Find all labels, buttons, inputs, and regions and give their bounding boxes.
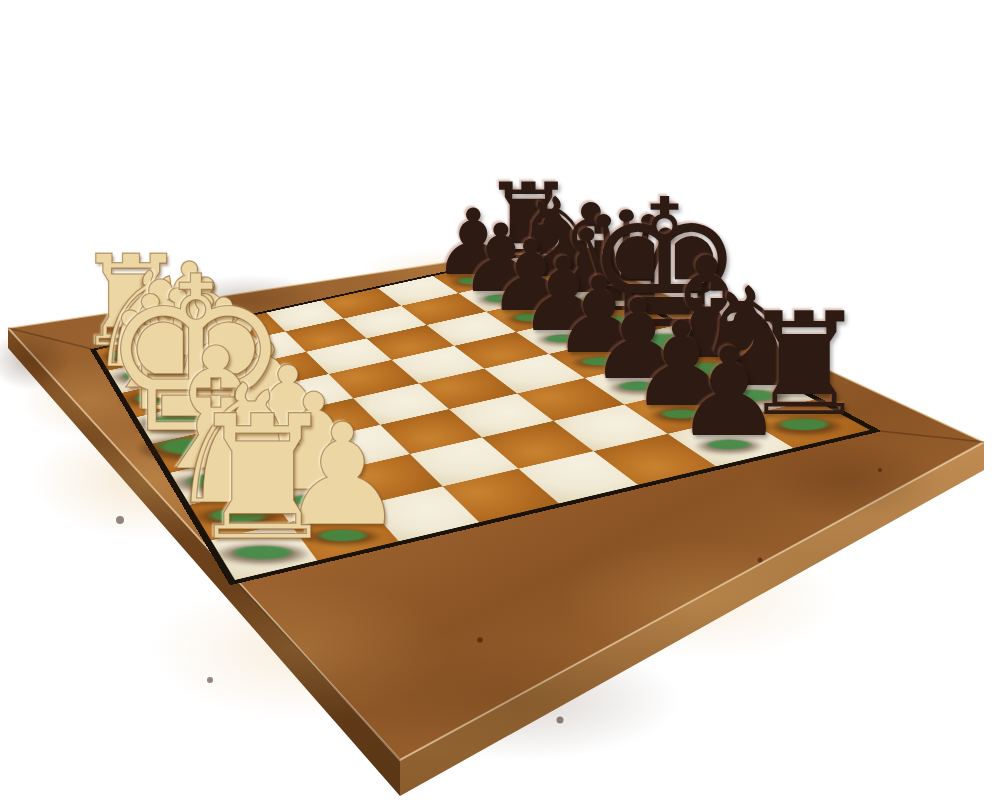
wood-knot <box>758 558 763 563</box>
wood-knot <box>557 717 564 724</box>
wood-knot <box>207 677 213 683</box>
wood-grain-blob <box>360 640 680 760</box>
chess-set-photo: ♜♞♝♛♚♝♞♜♟♟♟♟♟♟♟♟♟♟♟♟♟♟♟♟♜♞♝♛♚♝♞♜ <box>0 0 1000 800</box>
wood-grain-blob <box>760 440 940 520</box>
wood-knot <box>477 637 483 643</box>
wood-grain-blob <box>560 540 840 660</box>
wood-knot <box>878 468 882 472</box>
wood-knot <box>116 516 124 524</box>
